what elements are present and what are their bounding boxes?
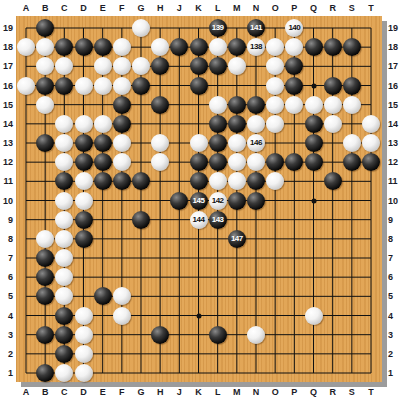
white-stone-A18: [17, 38, 35, 56]
black-stone-T12: [362, 153, 380, 171]
col-label-bottom-J: J: [177, 387, 182, 397]
col-label-bottom-L: L: [215, 387, 221, 397]
black-stone-Q14: [305, 115, 323, 133]
black-stone-L12: [209, 153, 227, 171]
white-stone-G19: [132, 19, 150, 37]
black-stone-E18: [94, 38, 112, 56]
white-stone-L10: 142: [209, 192, 227, 210]
black-stone-N19: 141: [247, 19, 265, 37]
white-stone-A16: [17, 77, 35, 95]
white-stone-R14: [324, 115, 342, 133]
row-label-right-18: 18: [388, 42, 398, 52]
black-stone-C11: [55, 172, 73, 190]
row-label-left-12: 12: [0, 157, 13, 167]
col-label-top-S: S: [349, 3, 355, 13]
black-stone-R18: [324, 38, 342, 56]
white-stone-L18: [209, 38, 227, 56]
col-label-bottom-T: T: [368, 387, 374, 397]
white-stone-C7: [55, 249, 73, 267]
col-label-bottom-Q: Q: [310, 387, 317, 397]
row-label-right-8: 8: [388, 234, 393, 244]
white-stone-E14: [94, 115, 112, 133]
black-stone-D8: [75, 230, 93, 248]
black-stone-M8: 147: [228, 230, 246, 248]
row-label-right-17: 17: [388, 61, 398, 71]
white-stone-B17: [36, 57, 54, 75]
white-stone-R15: [324, 96, 342, 114]
col-label-top-G: G: [137, 3, 144, 13]
row-label-left-6: 6: [0, 272, 13, 282]
col-label-bottom-P: P: [291, 387, 297, 397]
black-stone-O12: [266, 153, 284, 171]
white-stone-M12: [228, 153, 246, 171]
move-number-label: 147: [231, 235, 243, 243]
row-label-left-7: 7: [0, 253, 13, 263]
black-stone-B1: [36, 364, 54, 382]
col-label-bottom-O: O: [272, 387, 279, 397]
black-stone-G9: [132, 211, 150, 229]
white-stone-D2: [75, 345, 93, 363]
col-label-bottom-R: R: [329, 387, 336, 397]
black-stone-N11: [247, 172, 265, 190]
black-stone-M15: [228, 96, 246, 114]
white-stone-S13: [343, 134, 361, 152]
white-stone-C6: [55, 268, 73, 286]
black-stone-D9: [75, 211, 93, 229]
black-stone-E5: [94, 287, 112, 305]
white-stone-G17: [132, 57, 150, 75]
black-stone-K10: 145: [190, 192, 208, 210]
row-label-left-11: 11: [0, 176, 13, 186]
black-stone-E12: [94, 153, 112, 171]
row-label-right-5: 5: [388, 291, 393, 301]
black-stone-P12: [285, 153, 303, 171]
white-stone-F12: [113, 153, 131, 171]
row-label-left-5: 5: [0, 291, 13, 301]
white-stone-F4: [113, 307, 131, 325]
black-stone-D18: [75, 38, 93, 56]
black-stone-R11: [324, 172, 342, 190]
white-stone-K9: 144: [190, 211, 208, 229]
move-number-label: 140: [288, 24, 300, 32]
white-stone-D10: [75, 192, 93, 210]
row-label-left-9: 9: [0, 215, 13, 225]
col-label-top-B: B: [42, 3, 49, 13]
col-label-top-K: K: [195, 3, 202, 13]
white-stone-E17: [94, 57, 112, 75]
col-label-top-T: T: [368, 3, 374, 13]
white-stone-O18: [266, 38, 284, 56]
col-label-top-R: R: [329, 3, 336, 13]
row-label-right-19: 19: [388, 23, 398, 33]
white-stone-O11: [266, 172, 284, 190]
white-stone-H18: [151, 38, 169, 56]
white-stone-N13: 146: [247, 134, 265, 152]
white-stone-D3: [75, 326, 93, 344]
row-label-left-8: 8: [0, 234, 13, 244]
black-stone-H3: [151, 326, 169, 344]
black-stone-S18: [343, 38, 361, 56]
black-stone-B5: [36, 287, 54, 305]
row-label-right-7: 7: [388, 253, 393, 263]
white-stone-L11: [209, 172, 227, 190]
white-stone-C12: [55, 153, 73, 171]
black-stone-J10: [170, 192, 188, 210]
white-stone-F13: [113, 134, 131, 152]
col-label-top-O: O: [272, 3, 279, 13]
black-stone-M14: [228, 115, 246, 133]
col-label-top-L: L: [215, 3, 221, 13]
white-stone-F17: [113, 57, 131, 75]
star-point: [311, 198, 316, 203]
row-label-right-2: 2: [388, 349, 393, 359]
black-stone-L19: 139: [209, 19, 227, 37]
black-stone-Q13: [305, 134, 323, 152]
col-label-bottom-F: F: [119, 387, 125, 397]
black-stone-B13: [36, 134, 54, 152]
black-stone-H15: [151, 96, 169, 114]
black-stone-M10: [228, 192, 246, 210]
row-label-right-3: 3: [388, 330, 393, 340]
black-stone-C3: [55, 326, 73, 344]
row-label-left-13: 13: [0, 138, 13, 148]
row-label-right-10: 10: [388, 196, 398, 206]
row-label-left-10: 10: [0, 196, 13, 206]
move-number-label: 141: [250, 24, 262, 32]
black-stone-R16: [324, 77, 342, 95]
white-stone-D11: [75, 172, 93, 190]
white-stone-O14: [266, 115, 284, 133]
white-stone-L15: [209, 96, 227, 114]
white-stone-T13: [362, 134, 380, 152]
white-stone-Q4: [305, 307, 323, 325]
col-label-bottom-A: A: [23, 387, 30, 397]
white-stone-F16: [113, 77, 131, 95]
white-stone-C5: [55, 287, 73, 305]
white-stone-D4: [75, 307, 93, 325]
col-label-bottom-G: G: [137, 387, 144, 397]
white-stone-M11: [228, 172, 246, 190]
col-label-bottom-N: N: [253, 387, 260, 397]
row-label-right-14: 14: [388, 119, 398, 129]
black-stone-M18: [228, 38, 246, 56]
star-point: [196, 313, 201, 318]
white-stone-Q15: [305, 96, 323, 114]
go-board[interactable]: 139141140138146145142144143147: [16, 16, 382, 382]
black-stone-K12: [190, 153, 208, 171]
black-stone-F11: [113, 172, 131, 190]
move-number-label: 138: [250, 43, 262, 51]
black-stone-L17: [209, 57, 227, 75]
col-label-top-N: N: [253, 3, 260, 13]
col-label-bottom-H: H: [157, 387, 164, 397]
white-stone-C9: [55, 211, 73, 229]
black-stone-K18: [190, 38, 208, 56]
white-stone-M17: [228, 57, 246, 75]
white-stone-C14: [55, 115, 73, 133]
white-stone-F18: [113, 38, 131, 56]
white-stone-E16: [94, 77, 112, 95]
black-stone-B3: [36, 326, 54, 344]
black-stone-F14: [113, 115, 131, 133]
col-label-top-A: A: [23, 3, 30, 13]
col-label-top-H: H: [157, 3, 164, 13]
white-stone-H12: [151, 153, 169, 171]
col-label-bottom-K: K: [195, 387, 202, 397]
black-stone-K17: [190, 57, 208, 75]
white-stone-S15: [343, 96, 361, 114]
row-label-right-9: 9: [388, 215, 393, 225]
white-stone-K13: [190, 134, 208, 152]
move-number-label: 146: [250, 139, 262, 147]
white-stone-B18: [36, 38, 54, 56]
white-stone-C1: [55, 364, 73, 382]
move-number-label: 143: [212, 216, 224, 224]
row-label-left-1: 1: [0, 368, 13, 378]
white-stone-D16: [75, 77, 93, 95]
col-label-top-D: D: [80, 3, 87, 13]
row-label-left-16: 16: [0, 81, 13, 91]
white-stone-B8: [36, 230, 54, 248]
black-stone-F15: [113, 96, 131, 114]
col-label-top-J: J: [177, 3, 182, 13]
black-stone-S12: [343, 153, 361, 171]
black-stone-K16: [190, 77, 208, 95]
col-label-top-E: E: [100, 3, 106, 13]
move-number-label: 142: [212, 197, 224, 205]
row-label-right-15: 15: [388, 100, 398, 110]
black-stone-K11: [190, 172, 208, 190]
row-label-left-17: 17: [0, 61, 13, 71]
white-stone-P15: [285, 96, 303, 114]
white-stone-P18: [285, 38, 303, 56]
move-number-label: 139: [212, 24, 224, 32]
white-stone-N14: [247, 115, 265, 133]
black-stone-N15: [247, 96, 265, 114]
white-stone-C17: [55, 57, 73, 75]
white-stone-D14: [75, 115, 93, 133]
black-stone-C18: [55, 38, 73, 56]
black-stone-G11: [132, 172, 150, 190]
black-stone-C2: [55, 345, 73, 363]
black-stone-L9: 143: [209, 211, 227, 229]
black-stone-N10: [247, 192, 265, 210]
col-label-top-C: C: [61, 3, 68, 13]
black-stone-J18: [170, 38, 188, 56]
white-stone-M13: [228, 134, 246, 152]
black-stone-E13: [94, 134, 112, 152]
black-stone-C4: [55, 307, 73, 325]
white-stone-F5: [113, 287, 131, 305]
white-stone-C10: [55, 192, 73, 210]
white-stone-O15: [266, 96, 284, 114]
row-label-right-4: 4: [388, 311, 393, 321]
white-stone-N18: 138: [247, 38, 265, 56]
black-stone-Q18: [305, 38, 323, 56]
white-stone-C8: [55, 230, 73, 248]
col-label-bottom-E: E: [100, 387, 106, 397]
black-stone-P16: [285, 77, 303, 95]
col-label-top-M: M: [233, 3, 241, 13]
col-label-bottom-B: B: [42, 387, 49, 397]
col-label-bottom-S: S: [349, 387, 355, 397]
row-label-left-19: 19: [0, 23, 13, 33]
black-stone-B19: [36, 19, 54, 37]
row-label-left-15: 15: [0, 100, 13, 110]
row-label-left-18: 18: [0, 42, 13, 52]
black-stone-G16: [132, 77, 150, 95]
black-stone-B16: [36, 77, 54, 95]
white-stone-D1: [75, 364, 93, 382]
black-stone-S16: [343, 77, 361, 95]
black-stone-D12: [75, 153, 93, 171]
black-stone-B6: [36, 268, 54, 286]
goban-app: 139141140138146145142144143147 AABBCCDDE…: [0, 0, 400, 400]
row-label-right-6: 6: [388, 272, 393, 282]
black-stone-L13: [209, 134, 227, 152]
row-label-left-2: 2: [0, 349, 13, 359]
row-label-right-11: 11: [388, 176, 398, 186]
col-label-bottom-C: C: [61, 387, 68, 397]
row-label-left-4: 4: [0, 311, 13, 321]
black-stone-C16: [55, 77, 73, 95]
white-stone-N3: [247, 326, 265, 344]
black-stone-Q12: [305, 153, 323, 171]
star-point: [311, 83, 316, 88]
white-stone-H13: [151, 134, 169, 152]
white-stone-C13: [55, 134, 73, 152]
move-number-label: 144: [193, 216, 205, 224]
black-stone-D13: [75, 134, 93, 152]
black-stone-L14: [209, 115, 227, 133]
move-number-label: 145: [193, 197, 205, 205]
row-label-left-14: 14: [0, 119, 13, 129]
row-label-right-16: 16: [388, 81, 398, 91]
col-label-bottom-M: M: [233, 387, 241, 397]
white-stone-P19: 140: [285, 19, 303, 37]
col-label-bottom-D: D: [80, 387, 87, 397]
row-label-right-12: 12: [388, 157, 398, 167]
black-stone-E11: [94, 172, 112, 190]
black-stone-L3: [209, 326, 227, 344]
row-label-right-13: 13: [388, 138, 398, 148]
white-stone-O17: [266, 57, 284, 75]
black-stone-B7: [36, 249, 54, 267]
white-stone-B15: [36, 96, 54, 114]
white-stone-N12: [247, 153, 265, 171]
col-label-top-F: F: [119, 3, 125, 13]
white-stone-O16: [266, 77, 284, 95]
col-label-top-P: P: [291, 3, 297, 13]
black-stone-H17: [151, 57, 169, 75]
col-label-top-Q: Q: [310, 3, 317, 13]
white-stone-T14: [362, 115, 380, 133]
black-stone-P17: [285, 57, 303, 75]
row-label-right-1: 1: [388, 368, 393, 378]
row-label-left-3: 3: [0, 330, 13, 340]
